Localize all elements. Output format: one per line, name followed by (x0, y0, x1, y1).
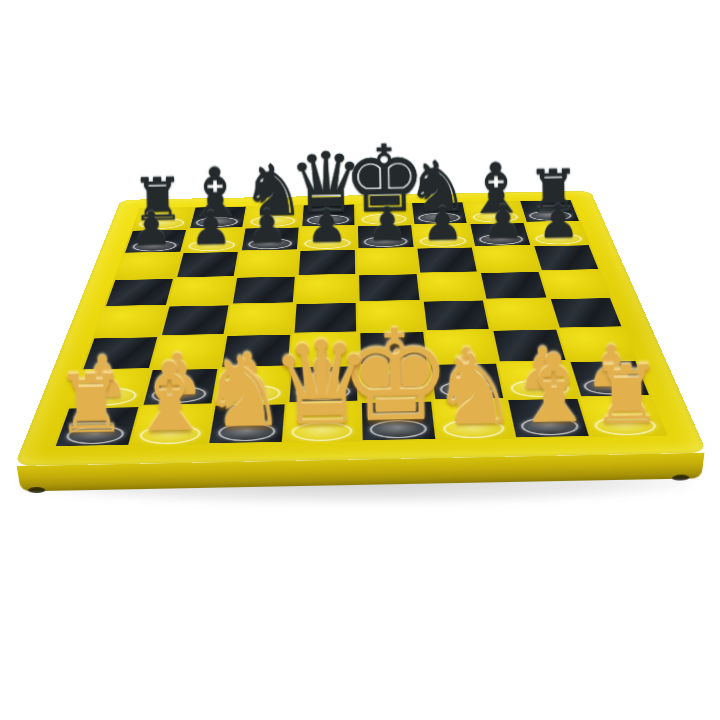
square-d7: ♟ (298, 226, 356, 251)
square-g6 (473, 246, 539, 272)
square-a4 (93, 306, 167, 338)
perspective-scene: ♜♝♞♛♚♞♝♜♟♟♟♟♟♟♟♟♟♟♟♟♟♟♟♟♜♝♞♛♚♞♝♜ (0, 0, 720, 720)
square-c6 (235, 250, 298, 277)
square-b1: ♝ (130, 404, 214, 446)
piece-black-pawn: ♟ (190, 205, 232, 252)
piece-black-pawn: ♟ (246, 203, 288, 250)
piece-black-pawn: ♟ (422, 201, 464, 248)
square-c5 (231, 276, 297, 305)
piece-black-pawn: ♟ (130, 205, 172, 252)
square-a6 (114, 252, 182, 279)
square-f5 (418, 272, 485, 301)
square-a7: ♟ (123, 229, 188, 254)
piece-black-pawn: ♟ (366, 201, 408, 248)
square-g5 (479, 271, 548, 300)
piece-white-rook: ♜ (55, 364, 128, 445)
piece-white-bishop: ♝ (510, 341, 596, 437)
square-h4 (548, 297, 624, 328)
square-h5 (540, 270, 612, 299)
square-h1: ♜ (579, 396, 668, 437)
square-h7: ♟ (525, 221, 591, 245)
square-b4 (159, 304, 231, 336)
square-f6 (415, 247, 479, 273)
square-c7: ♟ (240, 227, 300, 252)
board-grid: ♜♝♞♛♚♞♝♜♟♟♟♟♟♟♟♟♟♟♟♟♟♟♟♟♜♝♞♛♚♞♝♜ (53, 200, 668, 448)
piece-white-rook: ♜ (591, 355, 664, 436)
piece-black-pawn: ♟ (306, 203, 348, 250)
board-front-edge (17, 453, 705, 492)
square-d6 (296, 249, 357, 276)
piece-white-knight: ♞ (430, 341, 519, 439)
square-d1: ♛ (283, 401, 360, 443)
square-g4 (485, 298, 558, 329)
square-d5 (294, 274, 357, 303)
square-e7: ♟ (356, 224, 415, 249)
square-f7: ♟ (412, 223, 473, 247)
piece-black-pawn: ♟ (482, 199, 524, 246)
square-a5 (104, 278, 175, 307)
square-e6 (357, 248, 418, 275)
square-b6 (175, 251, 240, 278)
board-foot-right (672, 474, 690, 480)
piece-white-bishop: ♝ (127, 349, 213, 445)
square-b5 (167, 277, 235, 306)
square-b7: ♟ (181, 228, 243, 253)
square-g7: ♟ (468, 222, 531, 246)
photo-tilt-wrapper: ♜♝♞♛♚♞♝♜♟♟♟♟♟♟♟♟♟♟♟♟♟♟♟♟♜♝♞♛♚♞♝♜ (0, 0, 720, 720)
square-e5 (357, 273, 421, 302)
piece-black-pawn: ♟ (538, 198, 580, 245)
square-h6 (532, 244, 601, 270)
chess-board: ♜♝♞♛♚♞♝♜♟♟♟♟♟♟♟♟♟♟♟♟♟♟♟♟♜♝♞♛♚♞♝♜ (14, 191, 707, 466)
piece-white-queen: ♛ (269, 326, 374, 443)
square-f1: ♞ (433, 399, 514, 440)
board-foot-left (28, 487, 46, 493)
